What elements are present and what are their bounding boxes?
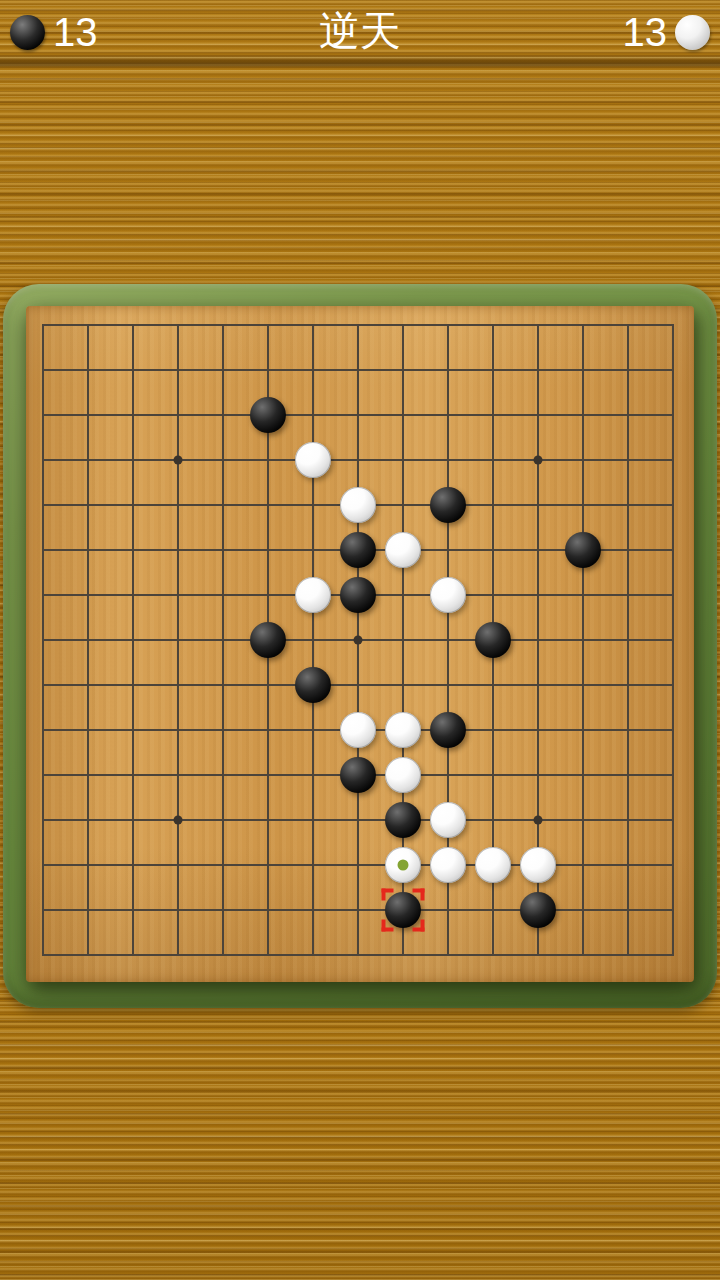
white-stone bbox=[475, 847, 511, 883]
white-stone bbox=[340, 712, 376, 748]
white-stone bbox=[385, 532, 421, 568]
black-stone bbox=[430, 487, 466, 523]
board-frame bbox=[3, 284, 717, 1008]
white-stone bbox=[385, 712, 421, 748]
white-stone bbox=[385, 757, 421, 793]
star-point bbox=[534, 816, 543, 825]
star-point bbox=[174, 456, 183, 465]
last-move-marker bbox=[382, 889, 425, 932]
star-point bbox=[354, 636, 363, 645]
black-stone bbox=[430, 712, 466, 748]
black-stone bbox=[565, 532, 601, 568]
black-move-count: 13 bbox=[53, 0, 98, 64]
white-stone bbox=[340, 487, 376, 523]
black-stone bbox=[340, 757, 376, 793]
black-stone bbox=[250, 622, 286, 658]
black-stone bbox=[250, 397, 286, 433]
white-stone bbox=[430, 802, 466, 838]
black-stone bbox=[475, 622, 511, 658]
black-stone bbox=[520, 892, 556, 928]
board-wood bbox=[26, 306, 694, 982]
board-grid[interactable] bbox=[42, 324, 674, 956]
white-move-count: 13 bbox=[623, 0, 668, 64]
white-stone-icon bbox=[675, 15, 710, 50]
green-dot-marker bbox=[398, 860, 409, 871]
black-stone bbox=[385, 802, 421, 838]
star-point bbox=[534, 456, 543, 465]
white-stone bbox=[295, 442, 331, 478]
page-title: 逆天 bbox=[319, 0, 401, 62]
white-stone bbox=[430, 577, 466, 613]
black-stone bbox=[295, 667, 331, 703]
black-stone bbox=[340, 532, 376, 568]
black-stone-icon bbox=[10, 15, 45, 50]
black-stone bbox=[340, 577, 376, 613]
header: 13 逆天 13 bbox=[0, 0, 720, 64]
white-stone bbox=[295, 577, 331, 613]
white-stone bbox=[430, 847, 466, 883]
white-stone bbox=[520, 847, 556, 883]
star-point bbox=[174, 816, 183, 825]
